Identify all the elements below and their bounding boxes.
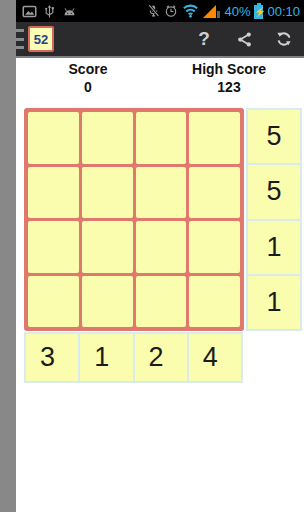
grid-cell-r3c2[interactable] [82, 221, 133, 273]
column-clue-3: 2 [135, 334, 187, 381]
grid-cell-r2c1[interactable] [28, 167, 79, 219]
app-icon[interactable]: 52 [28, 26, 54, 52]
high-score-label: High Score [176, 61, 282, 78]
grid-cell-r4c4[interactable] [189, 276, 240, 328]
grid-cell-r1c4[interactable] [189, 112, 240, 164]
grid-cell-r3c4[interactable] [189, 221, 240, 273]
status-bar-right: 40% ⚡ 00:10 [147, 3, 304, 19]
grid-cell-r4c1[interactable] [28, 276, 79, 328]
battery-icon: ⚡ [254, 5, 263, 19]
status-bar: 40% ⚡ 00:10 [16, 0, 304, 22]
grid-cell-r2c3[interactable] [136, 167, 187, 219]
wifi-icon [182, 4, 199, 18]
refresh-icon [275, 30, 293, 48]
grid-cell-r4c2[interactable] [82, 276, 133, 328]
score-block: Score 0 [40, 61, 136, 96]
screenshot-icon [22, 5, 37, 18]
refresh-button[interactable] [264, 22, 304, 56]
grid-cell-r3c1[interactable] [28, 221, 79, 273]
row-clue-4: 1 [248, 276, 300, 329]
grid-cell-r4c3[interactable] [136, 276, 187, 328]
mute-icon [147, 4, 160, 18]
status-clock: 00:10 [267, 4, 300, 19]
app-icon-label: 52 [34, 32, 48, 47]
grid-cell-r1c3[interactable] [136, 112, 187, 164]
signal-icon [203, 5, 220, 18]
grid-cell-r1c2[interactable] [82, 112, 133, 164]
column-clue-4: 4 [189, 334, 241, 381]
grid-cell-r2c2[interactable] [82, 167, 133, 219]
grid-cell-r3c3[interactable] [136, 221, 187, 273]
battery-percent: 40% [224, 4, 250, 19]
column-clues: 3 1 2 4 [24, 332, 243, 383]
share-button[interactable] [224, 22, 264, 56]
score-value: 0 [40, 78, 136, 96]
share-icon [236, 31, 253, 48]
row-clue-1: 5 [248, 110, 300, 163]
help-button[interactable]: ? [184, 22, 224, 56]
status-bar-left [16, 4, 77, 19]
android-icon [62, 5, 77, 18]
app-screen: 40% ⚡ 00:10 52 ? [16, 0, 304, 512]
action-bar: 52 ? [16, 22, 304, 58]
alarm-icon [164, 4, 178, 18]
column-clue-2: 1 [80, 334, 132, 381]
row-clue-3: 1 [248, 221, 300, 274]
puzzle-grid [24, 108, 244, 331]
row-clues: 5 5 1 1 [246, 108, 302, 331]
scoreboard: Score 0 High Score 123 [16, 58, 304, 102]
grid-cell-r2c4[interactable] [189, 167, 240, 219]
column-clue-1: 3 [26, 334, 78, 381]
high-score-block: High Score 123 [176, 61, 282, 96]
drawer-handle-icon[interactable] [16, 29, 23, 49]
row-clue-2: 5 [248, 165, 300, 218]
score-label: Score [40, 61, 136, 78]
high-score-value: 123 [176, 78, 282, 96]
usb-icon [44, 4, 55, 19]
grid-cell-r1c1[interactable] [28, 112, 79, 164]
